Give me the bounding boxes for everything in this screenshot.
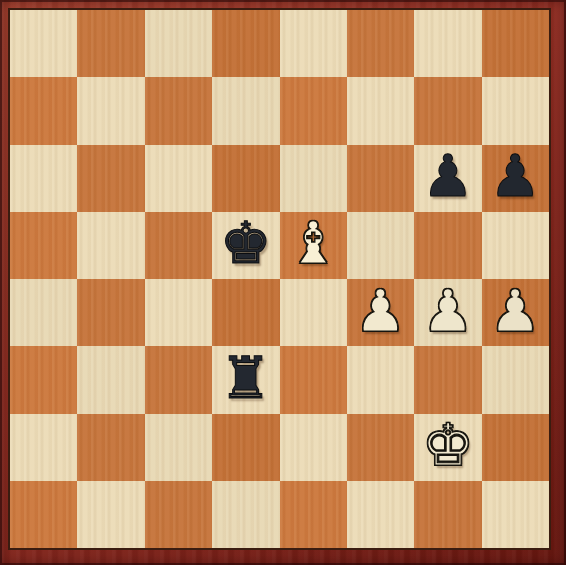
square-a1[interactable] — [10, 481, 77, 548]
square-b3[interactable] — [77, 346, 144, 413]
square-f1[interactable] — [347, 481, 414, 548]
square-b2[interactable] — [77, 414, 144, 481]
square-h5[interactable] — [482, 212, 549, 279]
square-e4[interactable] — [280, 279, 347, 346]
square-h3[interactable] — [482, 346, 549, 413]
square-f8[interactable] — [347, 10, 414, 77]
square-e6[interactable] — [280, 145, 347, 212]
square-e1[interactable] — [280, 481, 347, 548]
square-f2[interactable] — [347, 414, 414, 481]
square-g6[interactable]: ♟ — [414, 145, 481, 212]
square-d7[interactable] — [212, 77, 279, 144]
square-h4[interactable]: ♟ — [482, 279, 549, 346]
square-d4[interactable] — [212, 279, 279, 346]
white-pawn[interactable]: ♟ — [422, 282, 474, 340]
square-f5[interactable] — [347, 212, 414, 279]
square-e7[interactable] — [280, 77, 347, 144]
square-g3[interactable] — [414, 346, 481, 413]
square-c3[interactable] — [145, 346, 212, 413]
square-g1[interactable] — [414, 481, 481, 548]
square-a4[interactable] — [10, 279, 77, 346]
black-rook[interactable]: ♜ — [220, 349, 272, 407]
square-a7[interactable] — [10, 77, 77, 144]
square-h6[interactable]: ♟ — [482, 145, 549, 212]
square-c7[interactable] — [145, 77, 212, 144]
square-g4[interactable]: ♟ — [414, 279, 481, 346]
square-c8[interactable] — [145, 10, 212, 77]
square-g8[interactable] — [414, 10, 481, 77]
square-f4[interactable]: ♟ — [347, 279, 414, 346]
square-h7[interactable] — [482, 77, 549, 144]
square-b6[interactable] — [77, 145, 144, 212]
square-f7[interactable] — [347, 77, 414, 144]
square-g2[interactable]: ♚ — [414, 414, 481, 481]
square-a8[interactable] — [10, 10, 77, 77]
square-b4[interactable] — [77, 279, 144, 346]
square-h2[interactable] — [482, 414, 549, 481]
square-c2[interactable] — [145, 414, 212, 481]
black-pawn[interactable]: ♟ — [422, 147, 474, 205]
white-pawn[interactable]: ♟ — [355, 282, 407, 340]
square-a3[interactable] — [10, 346, 77, 413]
square-b7[interactable] — [77, 77, 144, 144]
square-c6[interactable] — [145, 145, 212, 212]
square-d1[interactable] — [212, 481, 279, 548]
square-a6[interactable] — [10, 145, 77, 212]
square-f6[interactable] — [347, 145, 414, 212]
square-d3[interactable]: ♜ — [212, 346, 279, 413]
white-king[interactable]: ♚ — [422, 416, 474, 474]
white-bishop[interactable]: ♝ — [287, 214, 339, 272]
square-g5[interactable] — [414, 212, 481, 279]
square-a5[interactable] — [10, 212, 77, 279]
square-d5[interactable]: ♚ — [212, 212, 279, 279]
square-e3[interactable] — [280, 346, 347, 413]
white-pawn[interactable]: ♟ — [489, 282, 541, 340]
square-c1[interactable] — [145, 481, 212, 548]
black-pawn[interactable]: ♟ — [489, 147, 541, 205]
square-f3[interactable] — [347, 346, 414, 413]
black-king[interactable]: ♚ — [220, 214, 272, 272]
square-e2[interactable] — [280, 414, 347, 481]
board-frame: ♟♟♚♝♟♟♟♜♚ — [0, 0, 566, 565]
square-c4[interactable] — [145, 279, 212, 346]
square-e5[interactable]: ♝ — [280, 212, 347, 279]
square-d6[interactable] — [212, 145, 279, 212]
square-c5[interactable] — [145, 212, 212, 279]
square-b1[interactable] — [77, 481, 144, 548]
square-e8[interactable] — [280, 10, 347, 77]
square-d2[interactable] — [212, 414, 279, 481]
square-b8[interactable] — [77, 10, 144, 77]
square-b5[interactable] — [77, 212, 144, 279]
chess-board: ♟♟♚♝♟♟♟♜♚ — [8, 8, 551, 550]
square-a2[interactable] — [10, 414, 77, 481]
square-h1[interactable] — [482, 481, 549, 548]
square-d8[interactable] — [212, 10, 279, 77]
square-h8[interactable] — [482, 10, 549, 77]
square-g7[interactable] — [414, 77, 481, 144]
